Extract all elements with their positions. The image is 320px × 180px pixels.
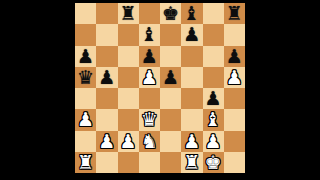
square-h1[interactable] [224,152,245,173]
square-a6[interactable]: ♟ [75,46,96,67]
piece-black-pawn: ♟ [162,67,179,88]
square-f8[interactable]: ♝ [181,3,202,24]
piece-black-rook: ♜ [226,3,243,24]
piece-black-pawn: ♟ [205,88,222,109]
square-e6[interactable] [160,46,181,67]
square-e1[interactable] [160,152,181,173]
piece-white-pawn: ♟ [77,109,94,130]
square-d6[interactable]: ♟ [139,46,160,67]
square-c3[interactable] [118,109,139,130]
square-d2[interactable]: ♞ [139,131,160,152]
square-a7[interactable] [75,24,96,45]
piece-white-rook: ♜ [183,152,200,173]
square-b7[interactable] [96,24,117,45]
square-f5[interactable] [181,67,202,88]
piece-white-pawn: ♟ [120,131,137,152]
piece-white-rook: ♜ [77,152,94,173]
piece-black-pawn: ♟ [183,24,200,45]
piece-black-pawn: ♟ [77,46,94,67]
square-e8[interactable]: ♚ [160,3,181,24]
piece-white-pawn: ♟ [98,131,115,152]
square-h4[interactable] [224,88,245,109]
square-h3[interactable] [224,109,245,130]
square-g8[interactable] [203,3,224,24]
square-b4[interactable] [96,88,117,109]
square-a3[interactable]: ♟ [75,109,96,130]
square-h6[interactable]: ♟ [224,46,245,67]
square-d5[interactable]: ♟ [139,67,160,88]
square-e2[interactable] [160,131,181,152]
square-g3[interactable]: ♝ [203,109,224,130]
square-f3[interactable] [181,109,202,130]
piece-black-pawn: ♟ [226,46,243,67]
piece-white-pawn: ♟ [141,67,158,88]
square-h7[interactable] [224,24,245,45]
square-c8[interactable]: ♜ [118,3,139,24]
square-g4[interactable]: ♟ [203,88,224,109]
square-d8[interactable] [139,3,160,24]
square-a4[interactable] [75,88,96,109]
piece-white-king: ♚ [205,152,222,173]
square-a5[interactable]: ♛ [75,67,96,88]
piece-black-bishop: ♝ [183,3,200,24]
square-e3[interactable] [160,109,181,130]
square-d4[interactable] [139,88,160,109]
piece-white-knight: ♞ [141,131,158,152]
piece-black-king: ♚ [162,3,179,24]
square-c5[interactable] [118,67,139,88]
square-f7[interactable]: ♟ [181,24,202,45]
square-c1[interactable] [118,152,139,173]
square-e5[interactable]: ♟ [160,67,181,88]
square-b8[interactable] [96,3,117,24]
square-c2[interactable]: ♟ [118,131,139,152]
square-b6[interactable] [96,46,117,67]
piece-black-pawn: ♟ [141,46,158,67]
piece-white-pawn: ♟ [226,67,243,88]
piece-white-pawn: ♟ [205,131,222,152]
square-d3[interactable]: ♛ [139,109,160,130]
square-b2[interactable]: ♟ [96,131,117,152]
piece-white-pawn: ♟ [183,131,200,152]
square-e4[interactable] [160,88,181,109]
square-c7[interactable] [118,24,139,45]
square-a2[interactable] [75,131,96,152]
square-f4[interactable] [181,88,202,109]
square-c6[interactable] [118,46,139,67]
square-b5[interactable]: ♟ [96,67,117,88]
piece-black-queen: ♛ [77,67,94,88]
piece-white-bishop: ♝ [205,109,222,130]
square-b1[interactable] [96,152,117,173]
square-g1[interactable]: ♚ [203,152,224,173]
piece-black-rook: ♜ [120,3,137,24]
square-h2[interactable] [224,131,245,152]
square-d7[interactable]: ♝ [139,24,160,45]
square-a1[interactable]: ♜ [75,152,96,173]
square-a8[interactable] [75,3,96,24]
square-g5[interactable] [203,67,224,88]
square-f6[interactable] [181,46,202,67]
square-f1[interactable]: ♜ [181,152,202,173]
square-d1[interactable] [139,152,160,173]
square-f2[interactable]: ♟ [181,131,202,152]
square-g2[interactable]: ♟ [203,131,224,152]
square-b3[interactable] [96,109,117,130]
square-h8[interactable]: ♜ [224,3,245,24]
piece-white-queen: ♛ [141,109,158,130]
chess-board: ♜♚♝♜♝♟♟♟♟♛♟♟♟♟♟♟♛♝♟♟♞♟♟♜♜♚ [75,3,245,173]
square-e7[interactable] [160,24,181,45]
square-c4[interactable] [118,88,139,109]
piece-black-pawn: ♟ [98,67,115,88]
square-g6[interactable] [203,46,224,67]
piece-black-bishop: ♝ [141,24,158,45]
square-g7[interactable] [203,24,224,45]
square-h5[interactable]: ♟ [224,67,245,88]
video-frame: ♜♚♝♜♝♟♟♟♟♛♟♟♟♟♟♟♛♝♟♟♞♟♟♜♜♚ [0,0,320,180]
